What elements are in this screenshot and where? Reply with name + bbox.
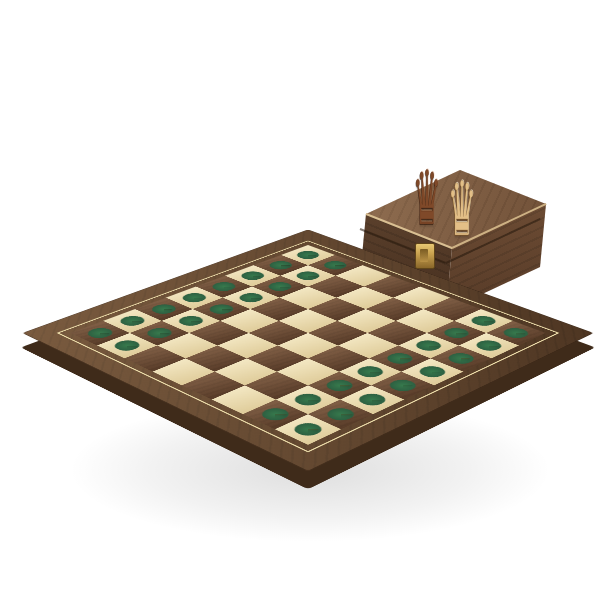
product-photo-scene: ♛ ♛ ♜♞♝♛♚♝♞♜♟♟♟♟♟♟♟♟♟♟♟♟♟♟♟♟♜♞♝♛♚♝♞♜ bbox=[0, 0, 600, 600]
light-knight-icon: ♞ bbox=[322, 354, 358, 415]
chess-board: ♜♞♝♛♚♝♞♜♟♟♟♟♟♟♟♟♟♟♟♟♟♟♟♟♜♞♝♛♚♝♞♜ bbox=[22, 229, 593, 471]
light-pawn-icon: ♟ bbox=[259, 368, 293, 415]
dark-pawn-icon: ♟ bbox=[236, 258, 265, 299]
pieces-layer: ♜♞♝♛♚♝♞♜♟♟♟♟♟♟♟♟♟♟♟♟♟♟♟♟♜♞♝♛♚♝♞♜ bbox=[70, 245, 545, 445]
dark-pawn-icon: ♟ bbox=[176, 280, 206, 322]
dark-pawn-icon: ♟ bbox=[266, 247, 295, 287]
board-perspective-wrapper: ♜♞♝♛♚♝♞♜♟♟♟♟♟♟♟♟♟♟♟♟♟♟♟♟♜♞♝♛♚♝♞♜ bbox=[106, 131, 510, 535]
light-rook-icon: ♜ bbox=[292, 378, 325, 431]
dark-rook-icon: ♜ bbox=[85, 287, 114, 334]
dark-pawn-icon: ♟ bbox=[321, 227, 349, 266]
dark-pawn-icon: ♟ bbox=[112, 303, 143, 346]
dark-pawn-icon: ♟ bbox=[207, 269, 237, 311]
dark-pawn-icon: ♟ bbox=[144, 291, 175, 334]
light-bishop-icon: ♝ bbox=[354, 337, 390, 400]
dark-pawn-icon: ♟ bbox=[294, 237, 323, 277]
